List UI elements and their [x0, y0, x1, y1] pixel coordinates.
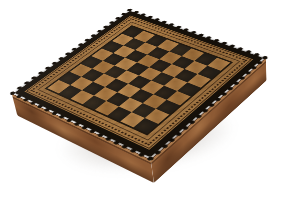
photo-background [0, 0, 290, 214]
